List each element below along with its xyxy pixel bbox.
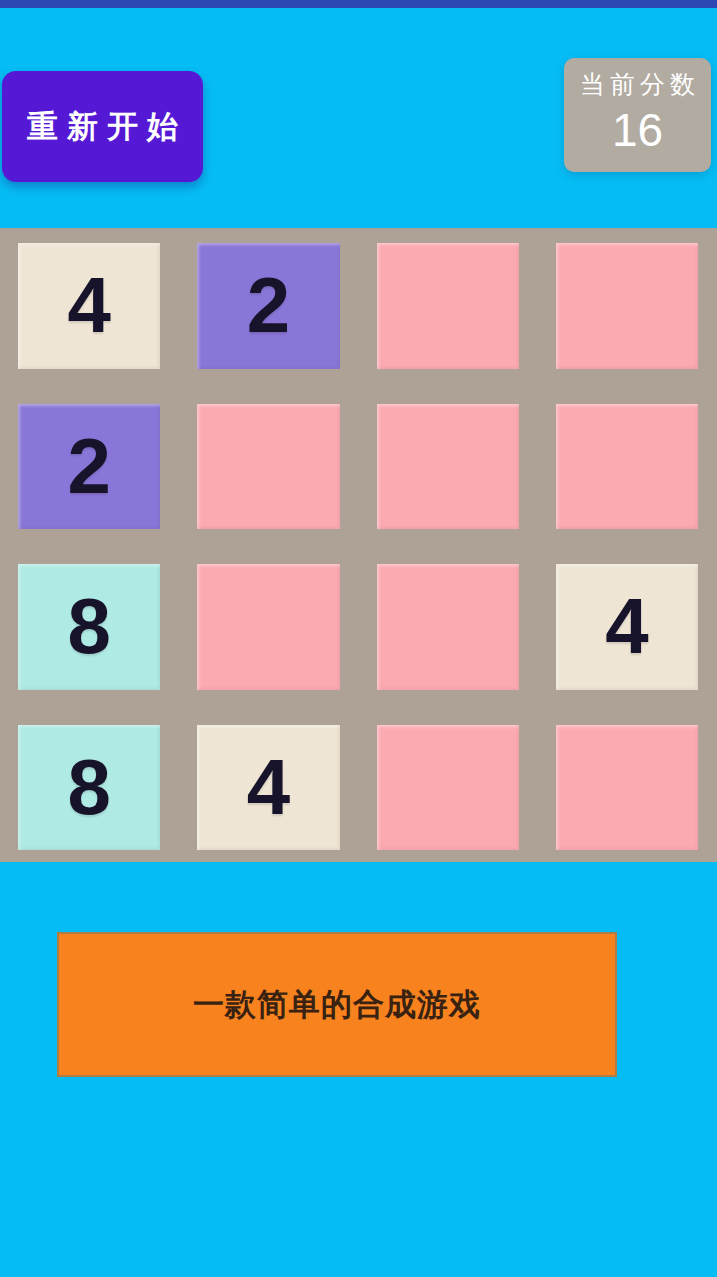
restart-button[interactable]: 重新开始 xyxy=(2,71,203,182)
empty-cell-r2c2 xyxy=(197,404,339,530)
empty-cell-r1c3 xyxy=(377,243,519,369)
tile-4-r4c2: 4 xyxy=(197,725,339,851)
empty-cell-r2c3 xyxy=(377,404,519,530)
empty-cell-r2c4 xyxy=(556,404,698,530)
tile-8-r4c1: 8 xyxy=(18,725,160,851)
empty-cell-r4c3 xyxy=(377,725,519,851)
score-label: 当前分数 xyxy=(575,68,700,101)
score-panel: 当前分数 16 xyxy=(564,58,711,172)
score-value: 16 xyxy=(612,107,663,153)
tile-4-r3c4: 4 xyxy=(556,564,698,690)
tile-4-r1c1: 4 xyxy=(18,243,160,369)
board[interactable]: 4228484 xyxy=(0,228,717,862)
tile-2-r1c2: 2 xyxy=(197,243,339,369)
empty-cell-r4c4 xyxy=(556,725,698,851)
empty-cell-r3c3 xyxy=(377,564,519,690)
top-strip xyxy=(0,0,717,8)
empty-cell-r1c4 xyxy=(556,243,698,369)
empty-cell-r3c2 xyxy=(197,564,339,690)
tile-8-r3c1: 8 xyxy=(18,564,160,690)
app-screen: 重新开始 当前分数 16 4228484 一款简单的合成游戏 xyxy=(0,0,717,1277)
tile-2-r2c1: 2 xyxy=(18,404,160,530)
banner-text: 一款简单的合成游戏 xyxy=(193,984,481,1026)
banner: 一款简单的合成游戏 xyxy=(57,932,617,1077)
